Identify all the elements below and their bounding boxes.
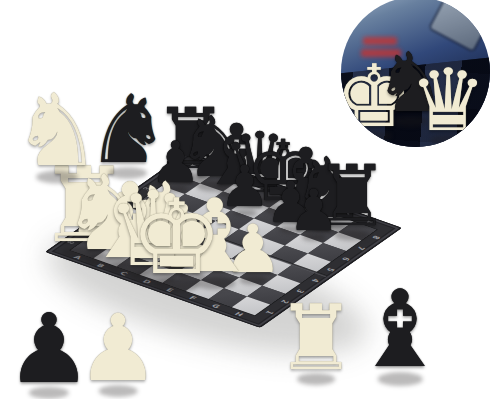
coordinate-label: H	[233, 312, 245, 318]
loose-black-knight: ♞	[86, 83, 170, 177]
closeup-inset-circle: ♚♞♛	[341, 0, 490, 147]
coordinate-label: 6	[340, 256, 351, 261]
loose-white-rook: ♜	[276, 293, 357, 383]
loose-white-pawn: ♟	[77, 303, 159, 395]
piece-white-k-e1: ♚	[130, 186, 223, 290]
inset-white-queen: ♛	[409, 57, 486, 143]
loose-black-bishop: ♝	[352, 277, 447, 383]
coordinate-label: 4	[309, 278, 320, 283]
coordinate-label: G	[210, 303, 221, 309]
product-photo: AABBCCDDEEFFGGHH1122334455667788 ♜♞♝♛♚♝♞…	[0, 0, 500, 399]
coordinate-label: 5	[325, 267, 336, 272]
coordinate-label: 7	[355, 246, 366, 251]
coordinate-label: 1	[264, 310, 275, 315]
piece-black-p-g7: ♟	[288, 182, 339, 239]
